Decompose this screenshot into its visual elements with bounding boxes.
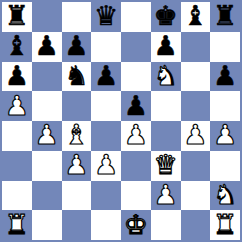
square-h6[interactable]: ♟ [210, 62, 240, 92]
piece-black-pawn[interactable]: ♟ [35, 32, 59, 59]
square-a6[interactable]: ♟ [2, 62, 32, 92]
square-h4[interactable]: ♟ [210, 121, 240, 151]
square-g1[interactable] [181, 210, 211, 240]
square-g2[interactable] [181, 181, 211, 211]
piece-white-king[interactable]: ♚ [124, 211, 148, 238]
square-g8[interactable]: ♝ [181, 2, 211, 32]
square-d1[interactable] [91, 210, 121, 240]
square-e6[interactable] [121, 62, 151, 92]
square-a5[interactable]: ♟ [2, 91, 32, 121]
square-d7[interactable] [91, 32, 121, 62]
square-b8[interactable] [32, 2, 62, 32]
piece-white-pawn[interactable]: ♟ [183, 121, 207, 148]
square-f5[interactable] [151, 91, 181, 121]
piece-white-pawn[interactable]: ♟ [94, 151, 118, 178]
piece-white-pawn[interactable]: ♟ [35, 121, 59, 148]
square-g5[interactable] [181, 91, 211, 121]
chess-board: ♜♛♚♝♜♝♟♟♟♟♞♟♞♟♟♟♟♝♟♟♟♟♟♛♟♞♜♚♜ [0, 0, 242, 242]
piece-black-pawn[interactable]: ♟ [124, 92, 148, 119]
piece-white-knight[interactable]: ♞ [213, 181, 237, 208]
square-e3[interactable] [121, 151, 151, 181]
square-b2[interactable] [32, 181, 62, 211]
square-f6[interactable]: ♞ [151, 62, 181, 92]
piece-black-queen[interactable]: ♛ [94, 2, 118, 29]
square-a2[interactable] [2, 181, 32, 211]
piece-white-rook[interactable]: ♜ [213, 211, 237, 238]
square-a3[interactable] [2, 151, 32, 181]
square-c4[interactable]: ♝ [62, 121, 92, 151]
piece-black-bishop[interactable]: ♝ [5, 32, 29, 59]
square-c3[interactable]: ♟ [62, 151, 92, 181]
square-e2[interactable] [121, 181, 151, 211]
piece-white-pawn[interactable]: ♟ [154, 181, 178, 208]
piece-black-bishop[interactable]: ♝ [183, 2, 207, 29]
square-f1[interactable] [151, 210, 181, 240]
square-e8[interactable] [121, 2, 151, 32]
square-c5[interactable] [62, 91, 92, 121]
square-d2[interactable] [91, 181, 121, 211]
square-f4[interactable] [151, 121, 181, 151]
square-b7[interactable]: ♟ [32, 32, 62, 62]
piece-black-rook[interactable]: ♜ [5, 2, 29, 29]
piece-white-queen[interactable]: ♛ [154, 151, 178, 178]
square-b1[interactable] [32, 210, 62, 240]
square-a7[interactable]: ♝ [2, 32, 32, 62]
piece-white-pawn[interactable]: ♟ [124, 121, 148, 148]
square-c2[interactable] [62, 181, 92, 211]
square-a1[interactable]: ♜ [2, 210, 32, 240]
piece-white-knight[interactable]: ♞ [154, 62, 178, 89]
piece-white-pawn[interactable]: ♟ [64, 151, 88, 178]
square-h7[interactable] [210, 32, 240, 62]
piece-white-pawn[interactable]: ♟ [213, 121, 237, 148]
piece-white-pawn[interactable]: ♟ [5, 92, 29, 119]
square-f3[interactable]: ♛ [151, 151, 181, 181]
square-c8[interactable] [62, 2, 92, 32]
square-c1[interactable] [62, 210, 92, 240]
square-e4[interactable]: ♟ [121, 121, 151, 151]
piece-black-pawn[interactable]: ♟ [5, 62, 29, 89]
square-b3[interactable] [32, 151, 62, 181]
square-g6[interactable] [181, 62, 211, 92]
square-b5[interactable] [32, 91, 62, 121]
square-g3[interactable] [181, 151, 211, 181]
square-e7[interactable] [121, 32, 151, 62]
piece-black-pawn[interactable]: ♟ [213, 62, 237, 89]
piece-white-bishop[interactable]: ♝ [64, 121, 88, 148]
square-g4[interactable]: ♟ [181, 121, 211, 151]
piece-black-king[interactable]: ♚ [154, 2, 178, 29]
square-d5[interactable] [91, 91, 121, 121]
square-h3[interactable] [210, 151, 240, 181]
square-e1[interactable]: ♚ [121, 210, 151, 240]
square-a8[interactable]: ♜ [2, 2, 32, 32]
square-h2[interactable]: ♞ [210, 181, 240, 211]
piece-black-pawn[interactable]: ♟ [94, 62, 118, 89]
square-h1[interactable]: ♜ [210, 210, 240, 240]
piece-black-pawn[interactable]: ♟ [154, 32, 178, 59]
square-f7[interactable]: ♟ [151, 32, 181, 62]
square-d6[interactable]: ♟ [91, 62, 121, 92]
square-b6[interactable] [32, 62, 62, 92]
square-e5[interactable]: ♟ [121, 91, 151, 121]
square-f2[interactable]: ♟ [151, 181, 181, 211]
square-h5[interactable] [210, 91, 240, 121]
square-h8[interactable]: ♜ [210, 2, 240, 32]
square-d8[interactable]: ♛ [91, 2, 121, 32]
piece-black-pawn[interactable]: ♟ [64, 32, 88, 59]
square-c6[interactable]: ♞ [62, 62, 92, 92]
square-b4[interactable]: ♟ [32, 121, 62, 151]
square-f8[interactable]: ♚ [151, 2, 181, 32]
piece-black-knight[interactable]: ♞ [64, 62, 88, 89]
square-a4[interactable] [2, 121, 32, 151]
piece-white-rook[interactable]: ♜ [5, 211, 29, 238]
square-g7[interactable] [181, 32, 211, 62]
square-c7[interactable]: ♟ [62, 32, 92, 62]
piece-black-rook[interactable]: ♜ [213, 2, 237, 29]
square-d4[interactable] [91, 121, 121, 151]
square-d3[interactable]: ♟ [91, 151, 121, 181]
